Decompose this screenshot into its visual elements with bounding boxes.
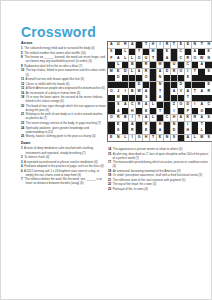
grid-cell[interactable]: I <box>122 88 129 94</box>
clue: 21 The reflective state of the soul at p… <box>108 178 209 182</box>
grid-cell-black <box>192 95 199 101</box>
cell-letter: L <box>117 63 119 67</box>
grid-cell[interactable]: S <box>205 69 212 75</box>
grid-cell[interactable]: I <box>157 42 164 48</box>
cell-letter: H <box>152 43 155 47</box>
cell-letter: A <box>200 90 203 94</box>
grid-cell[interactable]: L <box>192 135 199 141</box>
grid-cell[interactable]: R <box>192 115 199 121</box>
grid-cell[interactable]: Z <box>171 102 178 108</box>
cell-letter: M <box>110 70 113 74</box>
clue: 1 A state of deep meditative calm reache… <box>21 146 106 154</box>
clue: 6 A 2021 learning aid: 1 x 26 brightest … <box>21 169 106 177</box>
grid-cell[interactable]: R <box>143 62 150 68</box>
down-right-clue-list: 14 The appearance a person seems to show… <box>108 147 209 191</box>
grid-cell[interactable]: S <box>205 135 212 141</box>
cell-letter: R <box>145 70 148 74</box>
grid-cell-black <box>136 42 143 48</box>
grid-cell[interactable]: R <box>122 42 129 48</box>
grid-cell[interactable]: A <box>143 102 150 108</box>
grid-cell-black <box>178 62 185 68</box>
grid-cell-black <box>164 108 171 114</box>
clue-text: A calm ring, described as '2' tiers of q… <box>112 152 208 160</box>
grid-cell[interactable]: E <box>178 42 185 48</box>
grid-cell-black <box>136 75 143 81</box>
grid-cell[interactable]: A <box>129 42 136 48</box>
page-title: Crossword <box>21 24 96 40</box>
grid-cell[interactable]: L <box>198 128 205 134</box>
crossword-grid: AURATHIRTEENTHSLTMECAEFALLOUTACROWNLBRMU… <box>107 41 212 142</box>
grid-cell[interactable]: L <box>129 55 136 61</box>
cell-letter: N <box>117 136 120 140</box>
clue: 8 'The lesson we ______ learned, the min… <box>21 55 106 63</box>
grid-cell[interactable]: B <box>129 88 136 94</box>
grid-cell[interactable]: M <box>150 49 157 55</box>
cell-letter: R <box>173 70 176 74</box>
clue: 5 The ordinal number that comes after tw… <box>21 51 106 55</box>
cell-letter: E <box>187 43 189 47</box>
grid-cell[interactable]: B <box>129 62 136 68</box>
cell-letter: A <box>159 129 162 133</box>
cell-letter: I <box>187 123 188 127</box>
cell-letter: C <box>131 103 134 107</box>
cell-letter: A <box>159 70 162 74</box>
grid-cell-black <box>192 122 199 128</box>
grid-cell[interactable]: I <box>129 135 136 141</box>
cell-letter: T <box>194 90 196 94</box>
grid-cell-black <box>185 49 192 55</box>
grid-cell[interactable]: J <box>115 88 122 94</box>
grid-cell[interactable]: N <box>115 135 122 141</box>
grid-cell[interactable]: C <box>205 102 212 108</box>
cell-letter: T <box>159 110 161 114</box>
grid-cell[interactable]: O <box>136 55 143 61</box>
grid-cell-black <box>178 122 185 128</box>
clue: 19 Or under 'perception awareness', buil… <box>108 173 209 177</box>
cell-letter: A <box>180 116 183 120</box>
grid-cell[interactable]: T <box>198 122 205 128</box>
clue-text: The reflective state of the soul at peac… <box>112 178 185 182</box>
grid-cell-black <box>136 128 143 134</box>
cell-letter: N <box>166 136 169 140</box>
grid-cell-black <box>198 69 205 75</box>
grid-cell[interactable]: P <box>185 108 192 114</box>
grid-cell[interactable]: L <box>115 62 122 68</box>
grid-cell[interactable]: D <box>185 102 192 108</box>
grid-cell[interactable]: A <box>108 42 115 48</box>
grid-cell-black <box>122 122 129 128</box>
grid-cell[interactable]: F <box>108 55 115 61</box>
cell-letter: R <box>145 63 148 67</box>
cell-letter: A <box>187 90 190 94</box>
grid-cell[interactable]: E <box>108 135 115 141</box>
cell-letter: R <box>131 129 134 133</box>
grid-cell[interactable]: N <box>192 42 199 48</box>
grid-cell[interactable]: T <box>150 135 157 141</box>
grid-cell-black <box>164 102 171 108</box>
clue-text: Or under 'perception awareness', built w… <box>112 173 202 177</box>
cell-letter: T <box>201 43 203 47</box>
grid-cell-black <box>122 95 129 101</box>
cell-letter: E <box>187 76 189 80</box>
cell-letter: D <box>166 70 169 74</box>
grid-cell[interactable]: D <box>171 128 178 134</box>
clue: 16 An incarnation of a deity in human fo… <box>21 91 106 95</box>
grid-cell[interactable]: T <box>192 69 199 75</box>
cell-letter: C <box>166 116 169 120</box>
grid-cell-black <box>136 95 143 101</box>
grid-cell[interactable]: E <box>115 122 122 128</box>
grid-cell[interactable]: T <box>136 49 143 55</box>
clue: 24 Spiritually awakens; gives greater kn… <box>21 126 106 134</box>
clue: 10 The top chakra, linked to pure awaren… <box>21 68 106 76</box>
grid-cell[interactable]: E <box>143 108 150 114</box>
grid-cell[interactable]: C <box>185 62 192 68</box>
grid-cell[interactable]: T <box>143 42 150 48</box>
clue-number: 14 <box>108 147 111 151</box>
cell-letter: N <box>194 43 197 47</box>
grid-cell[interactable]: L <box>150 102 157 108</box>
cell-letter: T <box>187 96 189 100</box>
grid-cell[interactable]: T <box>157 88 164 94</box>
grid-cell[interactable]: S <box>115 128 122 134</box>
grid-cell[interactable]: A <box>157 95 164 101</box>
grid-cell-black <box>198 82 205 88</box>
clue-number: 22 <box>108 182 111 186</box>
grid-cell[interactable]: M <box>198 135 205 141</box>
cell-letter: O <box>145 76 148 80</box>
grid-cell[interactable]: A <box>115 55 122 61</box>
grid-cell[interactable]: A <box>185 135 192 141</box>
grid-cell[interactable]: A <box>157 128 164 134</box>
clue-text: To silence; hush (4) <box>23 155 49 159</box>
grid-cell[interactable]: B <box>122 115 129 121</box>
cell-letter: T <box>152 136 154 140</box>
grid-cell[interactable]: M <box>157 62 164 68</box>
grid-cell[interactable]: I <box>171 108 178 114</box>
grid-cell[interactable]: R <box>129 128 136 134</box>
cell-letter: A <box>145 103 148 107</box>
cell-letter: B <box>131 63 134 67</box>
grid-cell[interactable]: A <box>192 49 199 55</box>
grid-cell[interactable]: H <box>157 122 164 128</box>
cell-letter: A <box>173 90 176 94</box>
grid-cell[interactable]: D <box>136 82 143 88</box>
clue-text: Portrayal of life; its aims (4) <box>112 187 148 191</box>
cell-letter: E <box>110 136 112 140</box>
grid-cell[interactable]: E <box>115 69 122 75</box>
cell-letter: A <box>166 57 169 61</box>
grid-cell-black <box>136 108 143 114</box>
cell-letter: A <box>159 96 162 100</box>
clue: 22 The top of the head; the crown (5) <box>108 182 209 186</box>
grid-cell-black <box>185 82 192 88</box>
grid-cell-black <box>150 88 157 94</box>
grid-cell[interactable]: R <box>205 88 212 94</box>
grid-cell[interactable]: A <box>198 62 205 68</box>
cell-letter: C <box>187 63 190 67</box>
clue-text: A North American people who originated t… <box>25 86 105 90</box>
cell-letter: R <box>194 116 197 120</box>
grid-cell[interactable]: A <box>178 115 185 121</box>
grid-cell[interactable]: O <box>198 108 205 114</box>
grid-cell[interactable]: N <box>157 75 164 81</box>
cell-letter: T <box>145 43 147 47</box>
grid-cell-black <box>143 82 150 88</box>
grid-cell-black <box>150 128 157 134</box>
grid-cell[interactable]: S <box>205 115 212 121</box>
grid-cell[interactable]: C <box>178 49 185 55</box>
cell-letter: I <box>132 116 133 120</box>
cell-letter: T <box>159 90 161 94</box>
cell-letter: C <box>207 103 210 107</box>
cell-letter: D <box>117 76 120 80</box>
grid-cell-black <box>115 49 122 55</box>
grid-cell-black <box>108 75 115 81</box>
cell-letter: S <box>117 129 119 133</box>
grid-cell[interactable]: C <box>164 115 171 121</box>
grid-cell-black <box>150 69 157 75</box>
cell-letter: H <box>131 110 134 114</box>
grid-cell[interactable]: H <box>185 128 192 134</box>
grid-cell[interactable]: M <box>108 69 115 75</box>
cell-letter: R <box>207 90 210 94</box>
grid-cell[interactable]: L <box>122 135 129 141</box>
cell-letter: J <box>117 90 119 94</box>
grid-cell-black <box>150 95 157 101</box>
grid-cell[interactable]: A <box>115 108 122 114</box>
cell-letter: S <box>110 50 112 54</box>
grid-cell[interactable]: A <box>171 88 178 94</box>
clue-number: 21 <box>21 112 24 116</box>
grid-cell[interactable]: S <box>115 102 122 108</box>
grid-cell[interactable]: H <box>205 42 212 48</box>
cell-letter: L <box>131 70 133 74</box>
grid-cell[interactable]: T <box>136 115 143 121</box>
grid-cell-black <box>205 122 212 128</box>
cell-letter: T <box>173 43 175 47</box>
grid-cell[interactable]: N <box>157 82 164 88</box>
grid-cell[interactable]: N <box>205 55 212 61</box>
grid-cell[interactable]: C <box>178 55 185 61</box>
grid-cell[interactable]: C <box>129 102 136 108</box>
grid-cell[interactable]: L <box>129 69 136 75</box>
grid-cell[interactable]: A <box>122 102 129 108</box>
grid-cell-black <box>198 49 205 55</box>
grid-cell-black <box>136 122 143 128</box>
cell-letter: M <box>152 50 155 54</box>
grid-cell[interactable]: N <box>164 135 171 141</box>
grid-cell[interactable]: S <box>171 135 178 141</box>
grid-cell[interactable]: E <box>164 49 171 55</box>
clue-text: Positions adopted in the practice of yog… <box>23 164 104 168</box>
grid-cell[interactable]: I <box>185 69 192 75</box>
cell-letter: O <box>200 110 203 114</box>
grid-cell[interactable]: O <box>178 69 185 75</box>
grid-cell[interactable]: E <box>185 75 192 81</box>
grid-cell[interactable]: I <box>192 102 199 108</box>
grid-cell[interactable]: U <box>115 42 122 48</box>
clue-text: Relating to the path of one body as it c… <box>25 112 103 120</box>
grid-cell[interactable]: I <box>185 122 192 128</box>
grid-cell[interactable]: M <box>115 95 122 101</box>
grid-cell[interactable]: L <box>150 115 157 121</box>
grid-cell[interactable]: T <box>192 88 199 94</box>
grid-cell-black <box>115 82 122 88</box>
grid-cell[interactable]: A <box>198 88 205 94</box>
cell-letter: M <box>159 63 162 67</box>
grid-cell-black <box>129 95 136 101</box>
grid-cell[interactable]: A <box>185 88 192 94</box>
grid-cell[interactable]: I <box>129 115 136 121</box>
grid-cell-black <box>122 128 129 134</box>
grid-cell[interactable]: G <box>136 135 143 141</box>
cell-letter: L <box>152 116 154 120</box>
grid-cell[interactable]: R <box>136 102 143 108</box>
grid-cell[interactable]: E <box>185 42 192 48</box>
grid-cell-black <box>108 102 115 108</box>
grid-cell[interactable]: H <box>129 108 136 114</box>
cell-letter: H <box>173 116 176 120</box>
cell-letter: I <box>194 103 195 107</box>
grid-cell[interactable]: O <box>108 115 115 121</box>
grid-cell[interactable]: H <box>150 42 157 48</box>
cell-letter: A <box>194 50 197 54</box>
clue-number: 25 <box>21 134 24 138</box>
clue: 3 A repeated sacred sound or phrase used… <box>21 160 106 164</box>
cell-letter: N <box>207 57 210 61</box>
grid-cell[interactable]: S <box>108 49 115 55</box>
grid-cell[interactable]: R <box>171 69 178 75</box>
cell-letter: E <box>208 50 210 54</box>
clue: 1 The coloured energy field said to surr… <box>21 46 106 50</box>
clue-text: A repeated sacred sound or phrase used i… <box>23 160 97 164</box>
across-heading: Across <box>21 41 106 45</box>
grid-cell-black <box>164 128 171 134</box>
grid-cell[interactable]: L <box>122 49 129 55</box>
grid-cell-black <box>192 108 199 114</box>
cell-letter: D <box>187 103 190 107</box>
clue-number: 23 <box>108 187 111 191</box>
grid-cell[interactable]: R <box>143 69 150 75</box>
grid-cell[interactable]: O <box>108 88 115 94</box>
grid-cell[interactable]: T <box>185 95 192 101</box>
cell-letter: M <box>117 96 120 100</box>
grid-cell[interactable]: H <box>171 115 178 121</box>
cell-letter: T <box>194 70 196 74</box>
clue-text: The appearance a person seems to show to… <box>112 147 182 151</box>
cell-letter: E <box>145 129 147 133</box>
grid-cell[interactable]: E <box>205 82 212 88</box>
grid-cell[interactable]: A <box>198 102 205 108</box>
cell-letter: L <box>124 136 126 140</box>
grid-cell-black <box>178 128 185 134</box>
grid-cell-black <box>150 82 157 88</box>
grid-cell[interactable]: R <box>164 42 171 48</box>
cell-letter: R <box>124 43 127 47</box>
cell-letter: D <box>124 70 127 74</box>
cell-letter: A <box>124 103 127 107</box>
grid-cell-black <box>164 75 171 81</box>
grid-cell[interactable]: U <box>143 55 150 61</box>
grid-cell[interactable]: T <box>171 42 178 48</box>
cell-letter: G <box>138 136 141 140</box>
clue: 13 A North American people who originate… <box>21 86 106 90</box>
grid-cell-black <box>171 49 178 55</box>
grid-cell[interactable]: T <box>198 42 205 48</box>
grid-cell-black <box>205 62 212 68</box>
clue: 23 Portrayal of life; its aims (4) <box>108 187 209 191</box>
grid-cell[interactable]: A <box>143 115 150 121</box>
grid-cell[interactable]: D <box>164 69 171 75</box>
grid-cell-black <box>108 95 115 101</box>
grid-cell[interactable]: O <box>178 102 185 108</box>
grid-cell[interactable]: D <box>122 69 129 75</box>
clue: 15 A calm ring, described as '2' tiers o… <box>108 152 209 160</box>
grid-cell[interactable]: E <box>157 135 164 141</box>
grid-cell[interactable]: T <box>157 108 164 114</box>
grid-cell[interactable]: A <box>198 115 205 121</box>
grid-cell-black <box>157 115 164 121</box>
grid-cell[interactable]: T <box>150 55 157 61</box>
grid-cell[interactable]: R <box>185 55 192 61</box>
grid-cell[interactable]: A <box>164 55 171 61</box>
cell-letter: W <box>200 57 203 61</box>
grid-cell[interactable]: H <box>143 135 150 141</box>
cell-letter: R <box>166 43 169 47</box>
grid-cell[interactable]: R <box>143 122 150 128</box>
grid-cell[interactable]: E <box>143 128 150 134</box>
grid-cell-black <box>171 82 178 88</box>
cell-letter: I <box>160 43 161 47</box>
grid-cell[interactable]: E <box>205 49 212 55</box>
clue-number: 10 <box>21 68 24 72</box>
grid-cell[interactable]: S <box>143 95 150 101</box>
grid-cell[interactable]: A <box>143 88 150 94</box>
grid-cell[interactable]: V <box>178 88 185 94</box>
clue-text: 'The lesson we ______ learned, the mind … <box>23 55 105 63</box>
grid-cell-black <box>164 122 171 128</box>
grid-cell-black <box>192 82 199 88</box>
grid-cell[interactable]: L <box>122 55 129 61</box>
cell-letter: O <box>193 57 196 61</box>
cell-letter: S <box>208 116 210 120</box>
grid-cell[interactable]: A <box>136 69 143 75</box>
cell-letter: B <box>124 116 127 120</box>
grid-cell[interactable]: K <box>185 115 192 121</box>
grid-cell[interactable]: U <box>171 62 178 68</box>
grid-cell[interactable]: O <box>192 55 199 61</box>
grid-cell[interactable]: N <box>171 122 178 128</box>
grid-cell[interactable]: O <box>143 75 150 81</box>
grid-cell[interactable]: W <box>136 88 143 94</box>
cell-letter: W <box>137 90 140 94</box>
grid-cell[interactable]: W <box>198 55 205 61</box>
cell-letter: A <box>200 63 203 67</box>
clue-text: An armoured, burrowing mammal of the Ame… <box>112 169 181 173</box>
cell-letter: N <box>159 83 162 87</box>
grid-cell-black <box>122 82 129 88</box>
grid-cell[interactable]: A <box>129 122 136 128</box>
grid-cell[interactable]: D <box>115 75 122 81</box>
cell-letter: D <box>180 83 183 87</box>
grid-cell[interactable]: R <box>115 115 122 121</box>
grid-cell[interactable]: D <box>178 82 185 88</box>
clue-number: 18 <box>21 95 24 99</box>
clue: 9 Radioactive dust left in the air after… <box>21 64 106 68</box>
grid-cell[interactable]: A <box>157 69 164 75</box>
clue: 20 The band of star signs through which … <box>21 104 106 112</box>
